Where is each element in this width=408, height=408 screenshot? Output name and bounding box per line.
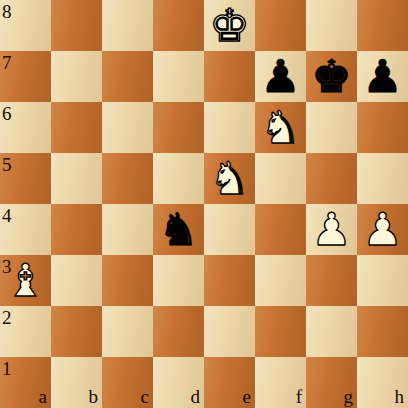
square-e7[interactable]	[204, 51, 255, 102]
square-h6[interactable]	[357, 102, 408, 153]
square-f5[interactable]	[255, 153, 306, 204]
square-c4[interactable]	[102, 204, 153, 255]
chess-diagram: 8♚7♟♚♟6♞5♞4♞♟♟3♝21abcdefgh	[0, 0, 408, 408]
square-b4[interactable]	[51, 204, 102, 255]
square-c8[interactable]	[102, 0, 153, 51]
square-d3[interactable]	[153, 255, 204, 306]
square-d6[interactable]	[153, 102, 204, 153]
piece-white-knight[interactable]: ♞	[204, 153, 255, 204]
file-label-b: b	[89, 387, 99, 406]
square-g3[interactable]	[306, 255, 357, 306]
piece-white-bishop[interactable]: ♝	[0, 255, 51, 306]
square-h7[interactable]: ♟	[357, 51, 408, 102]
square-c5[interactable]	[102, 153, 153, 204]
square-e3[interactable]	[204, 255, 255, 306]
square-c2[interactable]	[102, 306, 153, 357]
square-h3[interactable]	[357, 255, 408, 306]
file-label-e: e	[243, 387, 251, 406]
square-a4[interactable]: 4	[0, 204, 51, 255]
square-a5[interactable]: 5	[0, 153, 51, 204]
square-a6[interactable]: 6	[0, 102, 51, 153]
file-label-c: c	[141, 387, 149, 406]
piece-black-knight[interactable]: ♞	[153, 204, 204, 255]
square-e8[interactable]: ♚	[204, 0, 255, 51]
piece-black-pawn[interactable]: ♟	[255, 51, 306, 102]
square-c1[interactable]: c	[102, 357, 153, 408]
square-d2[interactable]	[153, 306, 204, 357]
square-g7[interactable]: ♚	[306, 51, 357, 102]
file-label-d: d	[191, 387, 201, 406]
square-h4[interactable]: ♟	[357, 204, 408, 255]
square-g5[interactable]	[306, 153, 357, 204]
rank-label-8: 8	[2, 2, 12, 21]
rank-label-2: 2	[2, 308, 12, 327]
piece-white-king[interactable]: ♚	[204, 0, 255, 51]
square-a7[interactable]: 7	[0, 51, 51, 102]
chessboard: 8♚7♟♚♟6♞5♞4♞♟♟3♝21abcdefgh	[0, 0, 408, 408]
square-g4[interactable]: ♟	[306, 204, 357, 255]
square-g8[interactable]	[306, 0, 357, 51]
square-f6[interactable]: ♞	[255, 102, 306, 153]
square-a3[interactable]: 3♝	[0, 255, 51, 306]
rank-label-5: 5	[2, 155, 12, 174]
square-c3[interactable]	[102, 255, 153, 306]
square-d7[interactable]	[153, 51, 204, 102]
square-b5[interactable]	[51, 153, 102, 204]
square-d1[interactable]: d	[153, 357, 204, 408]
square-h8[interactable]	[357, 0, 408, 51]
rank-label-1: 1	[2, 359, 12, 378]
square-e6[interactable]	[204, 102, 255, 153]
square-a2[interactable]: 2	[0, 306, 51, 357]
square-f1[interactable]: f	[255, 357, 306, 408]
square-f8[interactable]	[255, 0, 306, 51]
square-f3[interactable]	[255, 255, 306, 306]
square-b3[interactable]	[51, 255, 102, 306]
square-f7[interactable]: ♟	[255, 51, 306, 102]
square-h1[interactable]: h	[357, 357, 408, 408]
square-b1[interactable]: b	[51, 357, 102, 408]
square-b8[interactable]	[51, 0, 102, 51]
rank-label-4: 4	[2, 206, 12, 225]
square-a8[interactable]: 8	[0, 0, 51, 51]
square-b6[interactable]	[51, 102, 102, 153]
square-e2[interactable]	[204, 306, 255, 357]
square-h2[interactable]	[357, 306, 408, 357]
square-g6[interactable]	[306, 102, 357, 153]
rank-label-7: 7	[2, 53, 12, 72]
piece-white-knight[interactable]: ♞	[255, 102, 306, 153]
file-label-h: h	[395, 387, 405, 406]
square-e1[interactable]: e	[204, 357, 255, 408]
square-f2[interactable]	[255, 306, 306, 357]
square-e4[interactable]	[204, 204, 255, 255]
square-b2[interactable]	[51, 306, 102, 357]
square-f4[interactable]	[255, 204, 306, 255]
square-g2[interactable]	[306, 306, 357, 357]
file-label-g: g	[344, 387, 354, 406]
square-h5[interactable]	[357, 153, 408, 204]
file-label-f: f	[296, 387, 302, 406]
rank-label-6: 6	[2, 104, 12, 123]
square-e5[interactable]: ♞	[204, 153, 255, 204]
square-c7[interactable]	[102, 51, 153, 102]
file-label-a: a	[39, 387, 47, 406]
square-d8[interactable]	[153, 0, 204, 51]
square-d5[interactable]	[153, 153, 204, 204]
piece-white-pawn[interactable]: ♟	[306, 204, 357, 255]
piece-white-pawn[interactable]: ♟	[357, 204, 408, 255]
square-b7[interactable]	[51, 51, 102, 102]
piece-black-king[interactable]: ♚	[306, 51, 357, 102]
square-d4[interactable]: ♞	[153, 204, 204, 255]
square-a1[interactable]: 1a	[0, 357, 51, 408]
square-g1[interactable]: g	[306, 357, 357, 408]
piece-black-pawn[interactable]: ♟	[357, 51, 408, 102]
square-c6[interactable]	[102, 102, 153, 153]
